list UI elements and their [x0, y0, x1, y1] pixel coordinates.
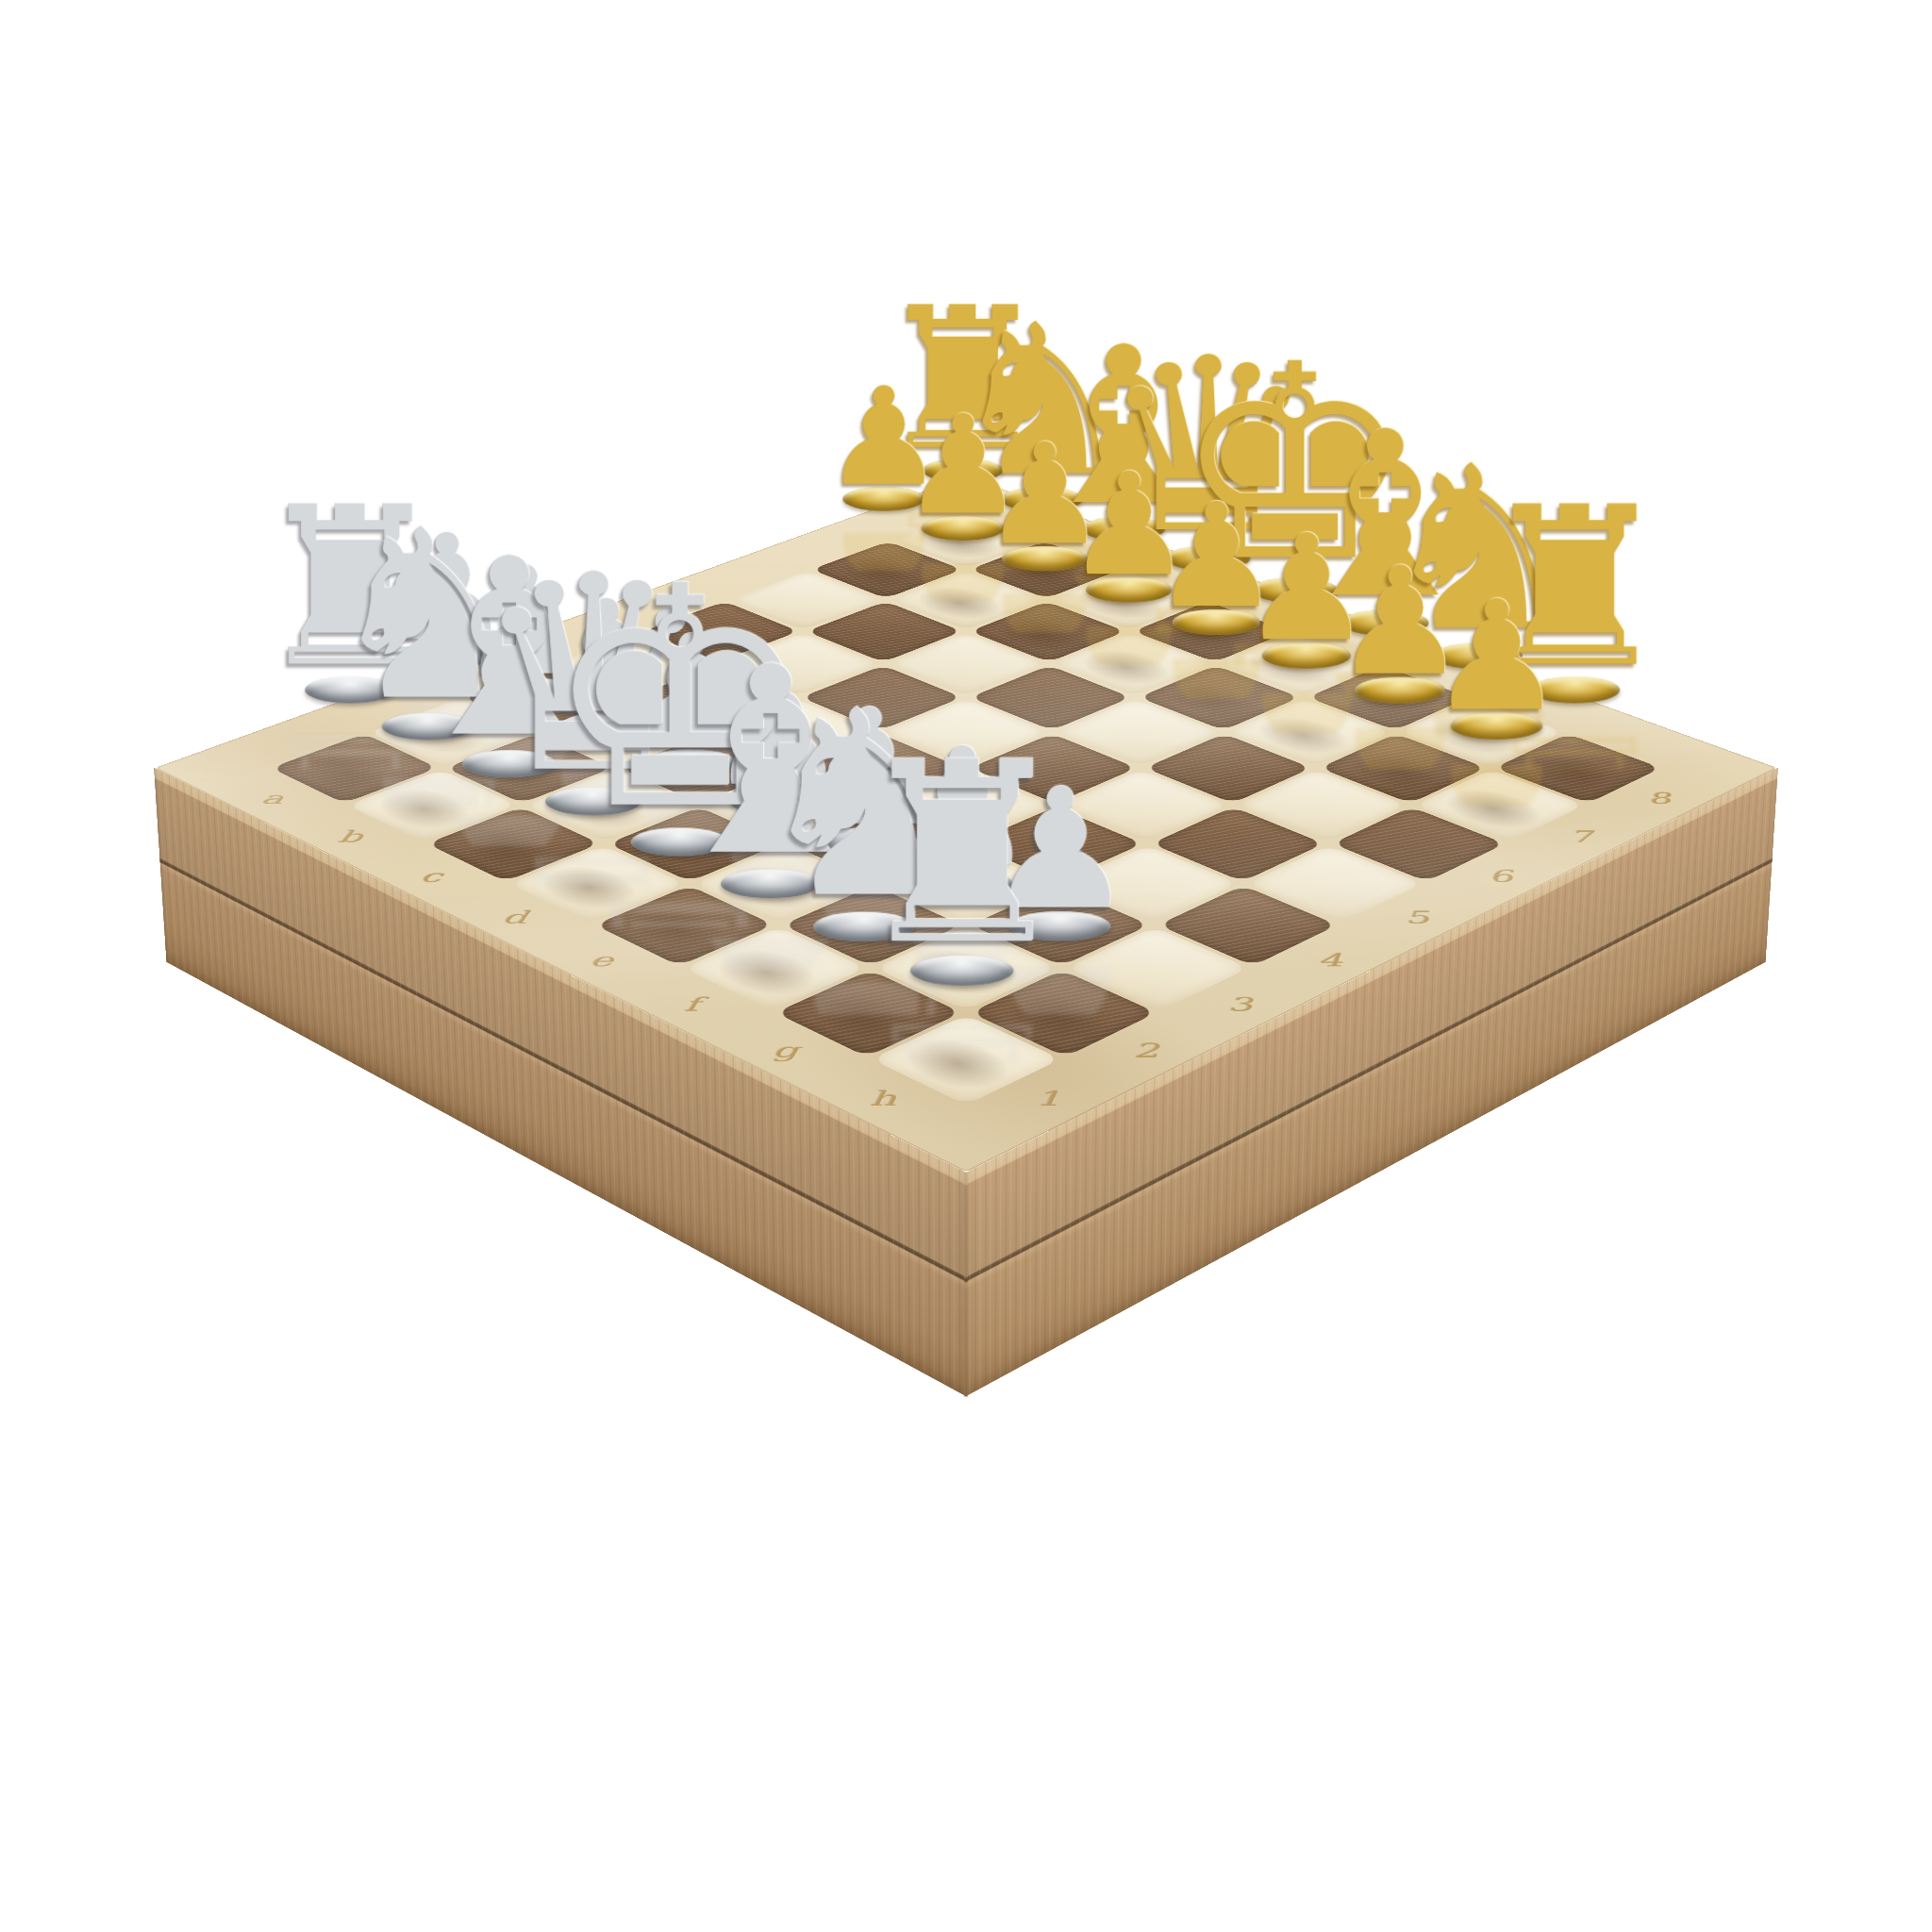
rook-glyph: ♜	[800, 736, 1123, 973]
pawn-glyph: ♟	[1352, 584, 1641, 728]
product-photo-scene: abcdefgh12345678 ♜♜♞♞♝♝♛♛♚♚♝♝♞♞♜♜♟♟♟♟♟♟♟…	[0, 0, 1932, 1932]
chess-board-box: abcdefgh12345678 ♜♜♞♞♝♝♛♛♚♚♝♝♞♞♜♜♟♟♟♟♟♟♟…	[155, 476, 1777, 1173]
